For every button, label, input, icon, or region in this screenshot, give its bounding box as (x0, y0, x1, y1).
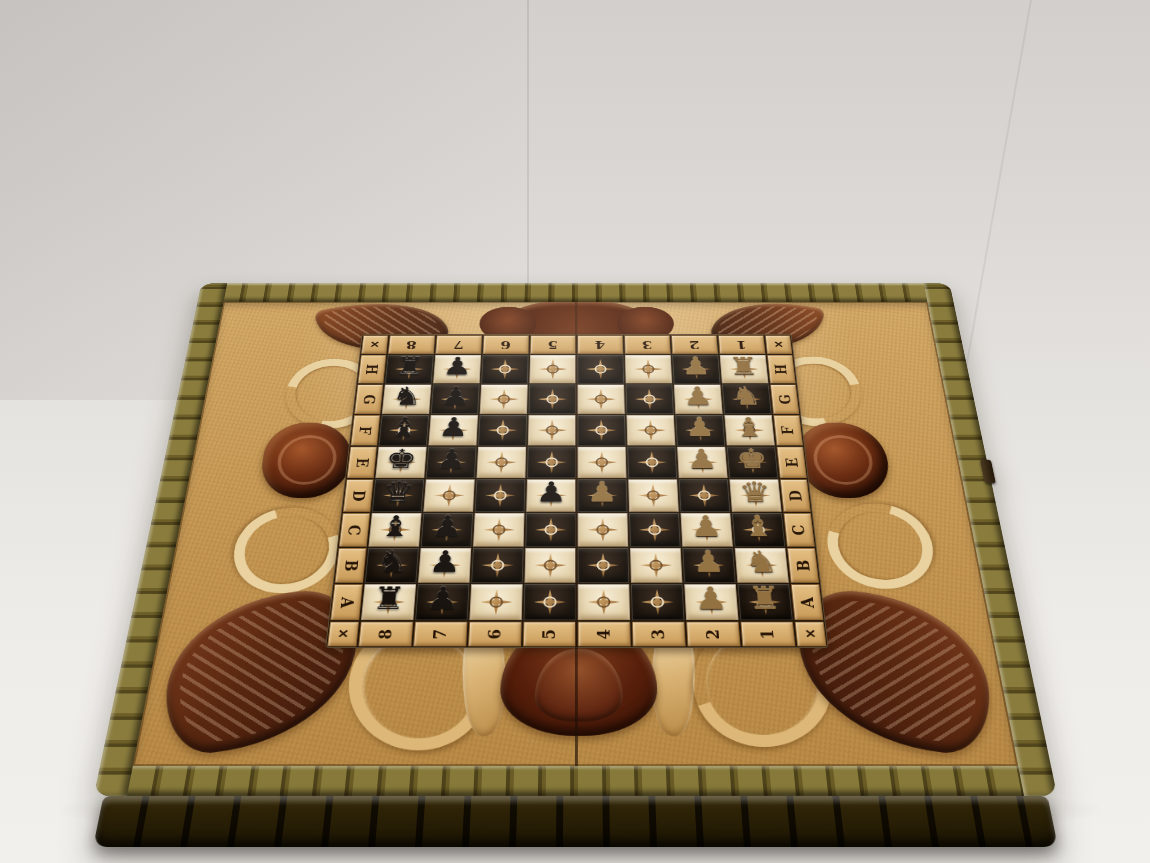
square-b1: ♞ (735, 548, 789, 583)
square-a1: ♜ (738, 584, 793, 620)
square-g2: ♟ (674, 385, 723, 414)
square-e3 (627, 447, 677, 478)
square-b3 (630, 548, 682, 583)
file-label-left-F: F (350, 415, 380, 445)
ring-carving (499, 365, 511, 374)
rank-label-bottom-8: 8 (358, 622, 413, 647)
square-b8: ♞ (365, 548, 419, 583)
ring-carving (489, 596, 503, 607)
white-bishop: ♝ (724, 412, 774, 442)
ring-carving (443, 490, 456, 500)
black-queen: ♛ (372, 476, 424, 508)
black-king: ♚ (376, 444, 427, 475)
file-label-right-F: F (773, 415, 803, 445)
rank-label-top-8: 8 (388, 335, 435, 353)
ring-carving (496, 425, 509, 434)
ring-carving (596, 457, 609, 467)
ring-carving (492, 525, 505, 535)
square-c2: ♟ (681, 513, 733, 547)
wall-crease-line (955, 0, 1032, 424)
square-g7: ♟ (431, 385, 480, 414)
file-label-right-H: H (767, 355, 796, 383)
square-c7: ♟ (421, 513, 473, 547)
square-h2: ♟ (672, 355, 720, 383)
corner-mark: ✕ (795, 622, 827, 647)
square-a3 (631, 584, 684, 620)
corner-mark: ✕ (361, 335, 388, 353)
white-pawn: ♟ (578, 476, 628, 508)
square-b6 (471, 548, 523, 583)
square-d2 (679, 479, 730, 511)
ring-carving (643, 395, 655, 404)
square-f5 (528, 415, 576, 445)
square-g6 (480, 385, 528, 414)
square-g1: ♞ (722, 385, 772, 414)
white-pawn: ♟ (675, 412, 725, 442)
rank-label-top-6: 6 (483, 335, 529, 353)
square-f3 (626, 415, 675, 445)
black-pawn: ♟ (421, 510, 473, 543)
ring-carving (649, 560, 663, 571)
square-h1: ♜ (720, 355, 769, 383)
file-label-right-C: C (783, 513, 814, 547)
square-g5 (529, 385, 576, 414)
square-d1: ♛ (729, 479, 781, 511)
ring-carving (597, 596, 611, 607)
white-pawn: ♟ (684, 581, 738, 617)
file-label-left-E: E (347, 447, 377, 478)
square-d8: ♛ (372, 479, 424, 511)
square-e4 (578, 447, 627, 478)
ring-carving (651, 596, 665, 607)
file-label-left-G: G (354, 385, 383, 414)
black-pawn: ♟ (526, 476, 576, 508)
black-knight: ♞ (365, 545, 419, 580)
square-g3 (626, 385, 674, 414)
ring-carving (543, 596, 557, 607)
square-e5 (527, 447, 576, 478)
box-front-side (93, 796, 1058, 847)
rank-label-top-4: 4 (577, 335, 623, 353)
white-pawn: ♟ (674, 382, 723, 411)
carved-field: ✕87654321✕H♜♟♟♜HG♞♟♟♞GF♝♟♟♝FE♚♟♟♚ED♛♟♟♛D… (133, 302, 1018, 766)
white-king: ♚ (727, 444, 778, 475)
white-bishop: ♝ (732, 510, 785, 543)
white-knight: ♞ (722, 382, 771, 411)
rank-label-bottom-7: 7 (413, 622, 467, 647)
rank-label-top-3: 3 (624, 335, 670, 353)
file-label-left-H: H (358, 355, 387, 383)
ring-carving (544, 525, 557, 535)
square-e1: ♚ (727, 447, 778, 478)
square-e8: ♚ (375, 447, 426, 478)
square-a2: ♟ (684, 584, 738, 620)
ring-carving (495, 457, 508, 467)
square-a4 (578, 584, 630, 620)
square-e6 (476, 447, 526, 478)
black-bishop: ♝ (379, 412, 429, 442)
rank-label-top-2: 2 (671, 335, 718, 353)
ring-carving (596, 525, 609, 535)
white-pawn: ♟ (680, 510, 732, 543)
square-g8: ♞ (382, 385, 432, 414)
square-a6 (469, 584, 522, 620)
ring-carving (646, 457, 659, 467)
square-b4 (578, 548, 630, 583)
square-e2: ♟ (677, 447, 728, 478)
rank-label-top-1: 1 (718, 335, 765, 353)
file-label-left-A: A (330, 584, 363, 620)
ring-carving (642, 365, 654, 374)
black-pawn: ♟ (429, 412, 479, 442)
photo-scene: ✕87654321✕H♜♟♟♜HG♞♟♟♞GF♝♟♟♝FE♚♟♟♚ED♛♟♟♛D… (0, 0, 1150, 863)
white-rook: ♜ (737, 581, 792, 617)
ring-carving (597, 560, 610, 571)
ring-carving (595, 365, 607, 374)
square-d7 (423, 479, 474, 511)
black-pawn: ♟ (433, 352, 481, 380)
file-label-left-D: D (343, 479, 374, 511)
rank-label-top-7: 7 (435, 335, 482, 353)
square-f2: ♟ (675, 415, 725, 445)
white-pawn: ♟ (677, 444, 727, 475)
file-label-right-G: G (770, 385, 799, 414)
ring-carving (595, 425, 607, 434)
beaded-border-bottom (94, 766, 1058, 796)
ring-carving (595, 395, 607, 404)
chess-box: ✕87654321✕H♜♟♟♜HG♞♟♟♞GF♝♟♟♝FE♚♟♟♚ED♛♟♟♛D… (83, 283, 1068, 847)
ring-carving (647, 490, 660, 500)
square-h7: ♟ (433, 355, 481, 383)
ring-carving (545, 457, 558, 467)
square-h6 (481, 355, 528, 383)
square-b7: ♟ (418, 548, 471, 583)
square-d3 (628, 479, 679, 511)
square-g4 (578, 385, 625, 414)
corner-mark: ✕ (327, 622, 359, 647)
rank-label-bottom-2: 2 (686, 622, 740, 647)
white-pawn: ♟ (682, 545, 735, 580)
black-rook: ♜ (361, 581, 416, 617)
square-c8: ♝ (368, 513, 421, 547)
square-c3 (629, 513, 680, 547)
white-rook: ♜ (719, 352, 768, 380)
ring-carving (547, 365, 559, 374)
square-c4 (578, 513, 629, 547)
file-label-right-E: E (777, 447, 807, 478)
rank-label-bottom-5: 5 (523, 622, 576, 647)
fold-seam (575, 302, 578, 766)
square-a7: ♟ (415, 584, 469, 620)
rank-label-bottom-4: 4 (578, 622, 631, 647)
ring-carving (648, 525, 661, 535)
black-bishop: ♝ (369, 510, 422, 543)
square-d4: ♟ (578, 479, 628, 511)
square-f1: ♝ (724, 415, 774, 445)
square-h8: ♜ (385, 355, 434, 383)
black-pawn: ♟ (418, 545, 471, 580)
rank-label-top-5: 5 (530, 335, 576, 353)
ring-carving (644, 425, 657, 434)
square-b5 (524, 548, 575, 583)
white-knight: ♞ (734, 545, 788, 580)
ring-carving (491, 560, 505, 571)
white-queen: ♛ (729, 476, 781, 508)
square-h5 (529, 355, 576, 383)
corner-mark: ✕ (765, 335, 792, 353)
file-label-right-D: D (780, 479, 811, 511)
square-f6 (478, 415, 527, 445)
ring-carving (546, 425, 558, 434)
square-e7: ♟ (426, 447, 476, 478)
square-d6 (475, 479, 526, 511)
cream-scroll-right-lower (808, 490, 953, 603)
ring-carving (698, 490, 711, 500)
rank-label-bottom-3: 3 (632, 622, 686, 647)
square-h4 (577, 355, 624, 383)
oak-leaf-bottom-right (795, 586, 992, 758)
square-c5 (525, 513, 576, 547)
ring-carving (498, 395, 510, 404)
black-knight: ♞ (382, 382, 431, 411)
file-label-left-C: C (339, 513, 370, 547)
square-c6 (473, 513, 524, 547)
square-a8: ♜ (361, 584, 416, 620)
rank-label-bottom-6: 6 (468, 622, 522, 647)
black-pawn: ♟ (426, 444, 476, 475)
rank-label-bottom-1: 1 (740, 622, 795, 647)
square-a5 (524, 584, 576, 620)
square-f8: ♝ (379, 415, 429, 445)
file-label-right-A: A (791, 584, 824, 620)
board-top-face: ✕87654321✕H♜♟♟♜HG♞♟♟♞GF♝♟♟♝FE♚♟♟♚ED♛♟♟♛D… (94, 283, 1058, 796)
square-b2: ♟ (682, 548, 735, 583)
square-h3 (625, 355, 672, 383)
square-f4 (578, 415, 626, 445)
black-rook: ♜ (385, 352, 434, 380)
ring-carving (494, 490, 507, 500)
square-f7: ♟ (428, 415, 478, 445)
square-d5: ♟ (526, 479, 576, 511)
black-pawn: ♟ (431, 382, 480, 411)
black-pawn: ♟ (415, 581, 469, 617)
file-label-left-B: B (335, 548, 367, 583)
beaded-border-top (198, 283, 954, 302)
rose-rosette-left (257, 423, 356, 498)
white-pawn: ♟ (672, 352, 720, 380)
file-label-right-B: B (787, 548, 819, 583)
square-c1: ♝ (732, 513, 785, 547)
ring-carving (544, 560, 557, 571)
ring-carving (546, 395, 558, 404)
